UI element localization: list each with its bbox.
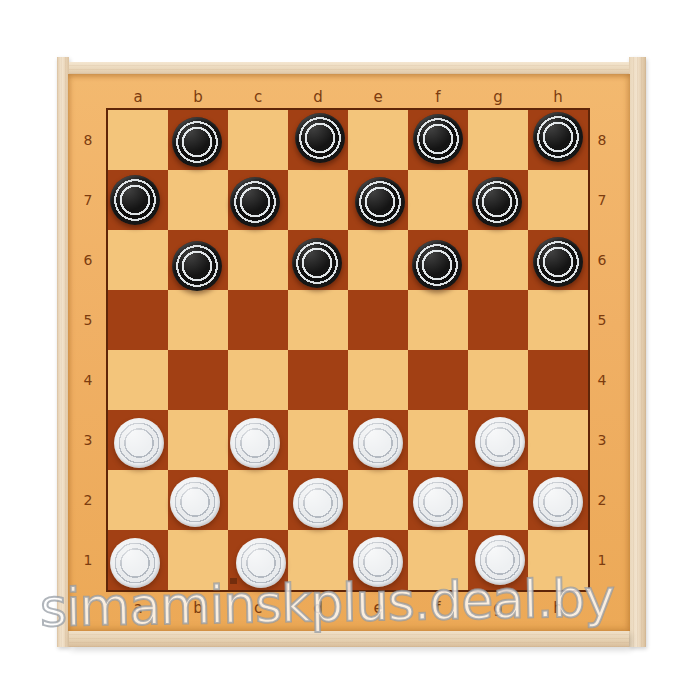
white-checker-b2[interactable] [170,477,220,527]
square-a6[interactable] [108,230,168,290]
square-d1[interactable] [288,530,348,590]
square-d7[interactable] [288,170,348,230]
frame-bottom [69,631,629,647]
rank-label-left-2: 2 [84,493,93,507]
square-f1[interactable] [408,530,468,590]
square-a8[interactable] [108,110,168,170]
demonstration-board: aabbccddeeffgghh8877665544332211 [57,57,646,647]
board-field: aabbccddeeffgghh8877665544332211 [68,74,630,631]
file-label-bottom-b: b [193,601,203,616]
square-c2[interactable] [228,470,288,530]
white-checker-h2[interactable] [533,477,583,527]
file-label-bottom-g: g [493,601,503,616]
photo-background: aabbccddeeffgghh8877665544332211 simamin… [0,0,700,700]
black-checker-g7[interactable] [472,177,522,227]
square-g4[interactable] [468,350,528,410]
square-g2[interactable] [468,470,528,530]
rank-label-left-3: 3 [84,433,93,447]
rank-label-right-5: 5 [598,313,607,327]
square-g5[interactable] [468,290,528,350]
square-h3[interactable] [528,410,588,470]
file-label-top-h: h [553,90,563,105]
file-label-top-c: c [254,90,262,105]
square-f3[interactable] [408,410,468,470]
rank-label-right-1: 1 [598,553,607,567]
file-label-top-a: a [133,90,142,105]
white-checker-e3[interactable] [353,418,403,468]
square-e4[interactable] [348,350,408,410]
square-h4[interactable] [528,350,588,410]
rank-label-left-1: 1 [84,553,93,567]
square-h1[interactable] [528,530,588,590]
white-checker-g1[interactable] [475,535,525,585]
square-d3[interactable] [288,410,348,470]
file-label-bottom-h: h [553,601,563,616]
square-a2[interactable] [108,470,168,530]
frame-right [629,57,646,647]
white-checker-f2[interactable] [413,477,463,527]
square-c5[interactable] [228,290,288,350]
square-d5[interactable] [288,290,348,350]
rank-label-right-8: 8 [598,133,607,147]
rank-label-left-6: 6 [84,253,93,267]
square-c6[interactable] [228,230,288,290]
rank-label-left-8: 8 [84,133,93,147]
file-label-top-b: b [193,90,203,105]
square-b7[interactable] [168,170,228,230]
file-label-bottom-e: e [373,601,382,616]
board-blemish [230,578,237,584]
rank-label-right-3: 3 [598,433,607,447]
square-f7[interactable] [408,170,468,230]
file-label-bottom-d: d [313,601,323,616]
square-b5[interactable] [168,290,228,350]
white-checker-a3[interactable] [114,418,164,468]
square-e5[interactable] [348,290,408,350]
square-c4[interactable] [228,350,288,410]
rank-label-right-2: 2 [598,493,607,507]
black-checker-b6[interactable] [172,241,222,291]
rank-label-right-6: 6 [598,253,607,267]
square-h7[interactable] [528,170,588,230]
square-c8[interactable] [228,110,288,170]
black-checker-a7[interactable] [110,175,160,225]
black-checker-d6[interactable] [292,238,342,288]
rank-label-right-7: 7 [598,193,607,207]
white-checker-c3[interactable] [230,418,280,468]
white-checker-a1[interactable] [110,538,160,588]
square-b3[interactable] [168,410,228,470]
square-e2[interactable] [348,470,408,530]
frame-top [69,62,629,74]
file-label-top-g: g [493,90,503,105]
file-label-bottom-a: a [133,601,142,616]
black-checker-h8[interactable] [533,112,583,162]
square-g8[interactable] [468,110,528,170]
black-checker-c7[interactable] [230,177,280,227]
black-checker-e7[interactable] [355,177,405,227]
square-e8[interactable] [348,110,408,170]
square-e6[interactable] [348,230,408,290]
file-label-top-f: f [435,90,440,105]
square-h5[interactable] [528,290,588,350]
black-checker-h6[interactable] [533,237,583,287]
square-f5[interactable] [408,290,468,350]
rank-label-right-4: 4 [598,373,607,387]
rank-label-left-5: 5 [84,313,93,327]
rank-label-left-4: 4 [84,373,93,387]
square-b4[interactable] [168,350,228,410]
black-checker-f6[interactable] [412,240,462,290]
rank-label-left-7: 7 [84,193,93,207]
white-checker-d2[interactable] [293,478,343,528]
black-checker-b8[interactable] [172,117,222,167]
square-f4[interactable] [408,350,468,410]
square-g6[interactable] [468,230,528,290]
black-checker-f8[interactable] [413,114,463,164]
file-label-top-e: e [373,90,382,105]
black-checker-d8[interactable] [295,113,345,163]
white-checker-e1[interactable] [353,537,403,587]
square-b1[interactable] [168,530,228,590]
square-d4[interactable] [288,350,348,410]
file-label-bottom-c: c [254,601,262,616]
square-a4[interactable] [108,350,168,410]
file-label-bottom-f: f [435,601,440,616]
file-label-top-d: d [313,90,323,105]
white-checker-g3[interactable] [475,417,525,467]
square-a5[interactable] [108,290,168,350]
white-checker-c1[interactable] [236,538,286,588]
board-grid [106,108,590,592]
